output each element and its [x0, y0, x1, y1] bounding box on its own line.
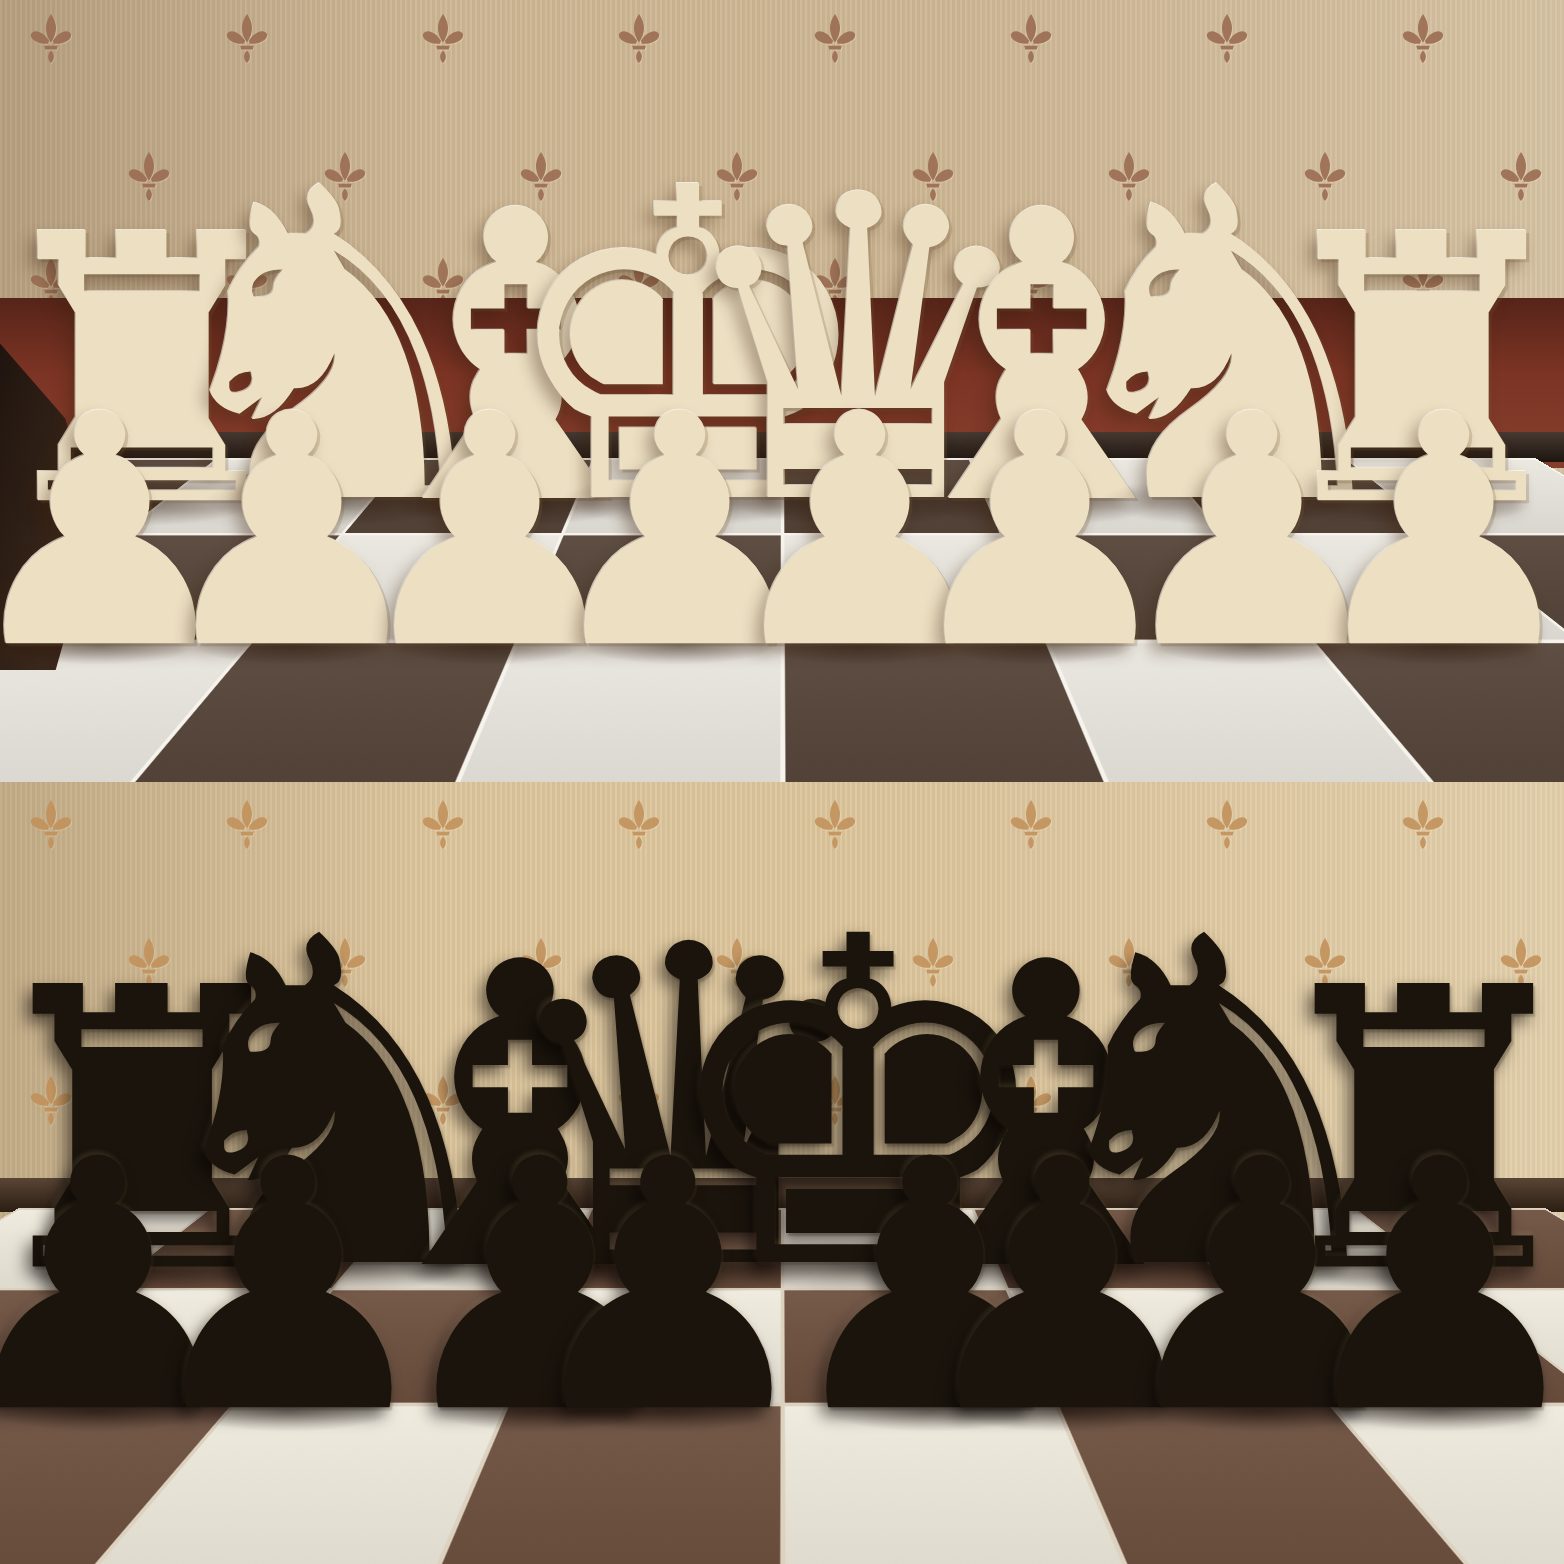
fleur-de-lis-icon [518, 150, 564, 202]
fleur-de-lis-icon [812, 798, 858, 850]
fleur-de-lis-icon [1008, 798, 1054, 850]
board-square [1460, 1290, 1564, 1402]
fleur-de-lis-icon [1302, 150, 1348, 202]
fleur-de-lis-icon [1204, 12, 1250, 64]
black-army-photo: ♜♞♝♛♚♝♞♜♟♟♟♟♟♟♟♟ [0, 782, 1564, 1564]
fleur-de-lis-icon [616, 1074, 662, 1126]
fleur-de-lis-icon [1400, 798, 1446, 850]
board-scene [0, 1178, 1564, 1564]
board-square [1357, 1210, 1564, 1288]
fleur-de-lis-icon [420, 798, 466, 850]
fleur-de-lis-icon [1400, 1074, 1446, 1126]
fleur-de-lis-icon [714, 150, 760, 202]
fleur-de-lis-icon [28, 798, 74, 850]
fleur-de-lis-icon [1106, 936, 1152, 988]
fleur-de-lis-icon [1204, 1074, 1250, 1126]
fleur-de-lis-icon [322, 150, 368, 202]
fleur-de-lis-icon [910, 150, 956, 202]
white-army-photo: ♜♞♝♚♛♝♞♜♟♟♟♟♟♟♟♟ [0, 0, 1564, 782]
fleur-de-lis-icon [518, 936, 564, 988]
fleur-de-lis-icon [420, 1074, 466, 1126]
fleur-de-lis-icon [616, 12, 662, 64]
board-square [784, 536, 1045, 639]
fleur-de-lis-icon [714, 936, 760, 988]
board-square [784, 460, 1000, 533]
fleur-de-lis-icon [1400, 12, 1446, 64]
fleur-de-lis-icon [616, 798, 662, 850]
fleur-de-lis-icon [812, 1074, 858, 1126]
board-square [511, 1290, 780, 1402]
fleur-de-lis-icon [126, 936, 172, 988]
fleur-de-lis-icon [224, 1074, 270, 1126]
board-square [784, 1290, 1053, 1402]
board-square [564, 460, 780, 533]
board-frame-edge [0, 1178, 1564, 1212]
fleur-de-lis-icon [1204, 798, 1250, 850]
fleur-de-lis-icon [910, 936, 956, 988]
fleur-de-lis-icon [28, 1074, 74, 1126]
fleur-de-lis-icon [224, 12, 270, 64]
fleur-de-lis-icon [1302, 936, 1348, 988]
fleur-de-lis-icon [420, 12, 466, 64]
fleur-de-lis-icon [224, 798, 270, 850]
chess-set-photo-collage: ♜♞♝♚♛♝♞♜♟♟♟♟♟♟♟♟ ♜♞♝♛♚♝♞♜♟♟♟♟♟♟♟♟ [0, 0, 1564, 1564]
board-scene [0, 432, 1564, 782]
board-square [520, 536, 781, 639]
board-square [784, 1210, 1005, 1288]
fleur-de-lis-icon [28, 12, 74, 64]
chess-board [0, 458, 1564, 782]
fleur-de-lis-icon [1498, 150, 1544, 202]
board-square [559, 1210, 780, 1288]
fleur-de-lis-icon [1106, 150, 1152, 202]
fleur-de-lis-icon [1008, 12, 1054, 64]
chess-board [0, 1208, 1564, 1564]
fleur-de-lis-icon [126, 150, 172, 202]
fleur-de-lis-icon [812, 12, 858, 64]
fleur-de-lis-icon [1498, 936, 1544, 988]
fleur-de-lis-icon [1008, 1074, 1054, 1126]
fleur-de-lis-icon [322, 936, 368, 988]
